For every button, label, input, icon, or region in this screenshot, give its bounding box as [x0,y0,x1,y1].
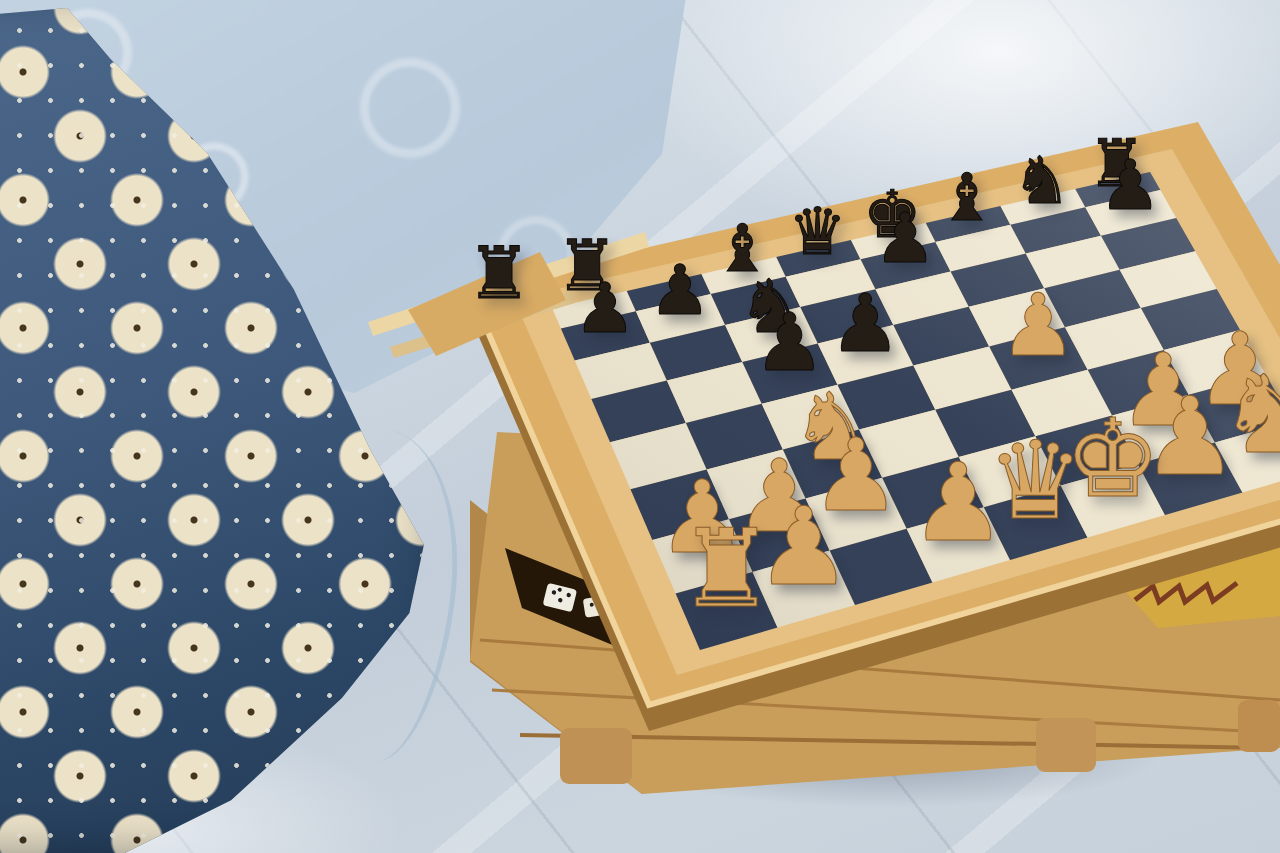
piece-black-knight-g8[interactable]: ♞ [1013,147,1071,212]
piece-black-pawn-h7[interactable]: ♟ [1099,151,1161,220]
piece-white-rook-a1[interactable]: ♜ [678,515,775,623]
piece-black-pawn-e7[interactable]: ♟ [874,204,936,273]
piece-white-pawn-f4[interactable]: ♟ [1000,282,1077,368]
piece-black-pawn-a7[interactable]: ♟ [574,274,636,343]
piece-black-bishop-f8[interactable]: ♝ [938,165,996,230]
box-foot [1238,700,1280,752]
box-foot [560,728,632,784]
box-foot [1036,718,1096,772]
piece-black-pawn-c5[interactable]: ♟ [754,303,825,383]
piece-black-pawn-b7[interactable]: ♟ [649,257,711,326]
piece-white-pawn-d1[interactable]: ♟ [910,449,1007,557]
bedroom-scene: ♜♜♝♛♚♝♞♜♟♟♟♟♞♟♟♟♞♟♟♟♟♟♜♟♟♛♚♟♞ [0,0,1280,853]
piece-black-rook-frame-tray[interactable]: ♜ [467,237,532,309]
piece-black-queen-d8[interactable]: ♛ [788,199,846,264]
piece-black-pawn-d5[interactable]: ♟ [830,284,901,364]
